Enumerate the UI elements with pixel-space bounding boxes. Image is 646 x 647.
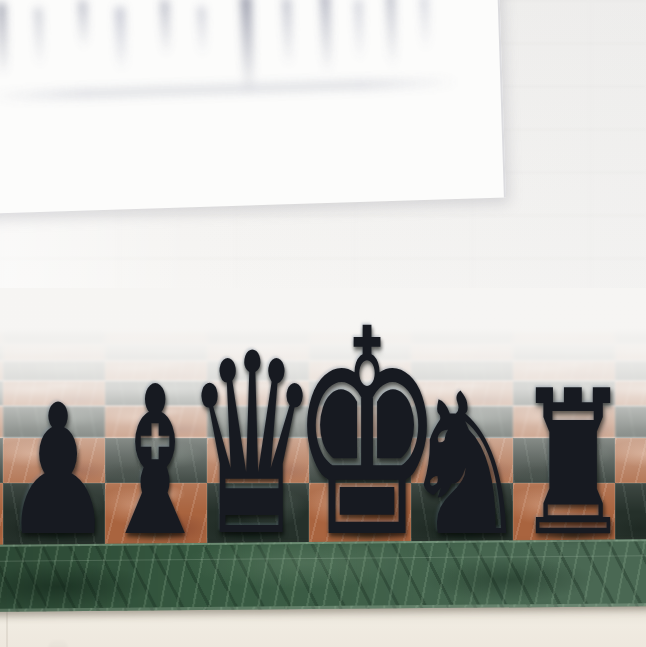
board-square-dark [3,406,105,438]
board-rank [0,332,646,345]
board-square-dark [513,381,615,406]
board-square-dark [105,438,207,483]
board-square-red [105,332,207,345]
board-square-red [513,361,615,381]
board-square-red [615,381,646,406]
board-square-dark [411,483,513,547]
board-square-dark [105,345,207,361]
board-square-dark [309,345,411,361]
board-square-dark [207,483,309,547]
board-green-marble-border [0,539,646,612]
board-square-red [207,345,309,361]
board-square-dark [309,381,411,406]
chessboard [0,332,646,547]
artwork-blurred-trees [0,0,461,122]
board-square-dark [3,361,105,381]
board-square-dark [309,438,411,483]
board-square-red [207,438,309,483]
board-square-dark [513,345,615,361]
board-square-dark [3,332,105,345]
board-square-red [207,381,309,406]
board-square-red [615,345,646,361]
board-rank [0,345,646,361]
chess-photo-scene: ♟♝♛♚♞♜ ♟♝♛♚♞♜ [0,0,646,647]
board-square-red [309,332,411,345]
board-square-red [3,345,105,361]
board-square-red [105,406,207,438]
board-square-dark [207,361,309,381]
board-square-red [411,381,513,406]
board-square-red [411,438,513,483]
board-rank [0,483,646,547]
board-square-red [615,438,646,483]
board-square-red [309,406,411,438]
board-square-dark [615,483,646,547]
board-square-red [105,483,207,547]
board-square-dark [411,361,513,381]
board-square-red [309,361,411,381]
board-square-dark [513,438,615,483]
board-square-dark [3,483,105,547]
board-square-red [3,381,105,406]
board-square-dark [411,406,513,438]
board-square-red [3,438,105,483]
board-square-dark [615,361,646,381]
board-square-red [513,406,615,438]
board-square-red [309,483,411,547]
board-square-red [411,345,513,361]
board-square-dark [615,332,646,345]
board-square-red [513,483,615,547]
board-square-dark [105,381,207,406]
board-rank [0,438,646,483]
board-square-dark [207,332,309,345]
board-square-red [105,361,207,381]
board-rank [0,406,646,438]
board-square-dark [207,406,309,438]
board-rank [0,361,646,381]
board-square-red [513,332,615,345]
board-square-dark [615,406,646,438]
board-rank [0,381,646,406]
board-square-dark [411,332,513,345]
framed-artwork [0,0,506,214]
